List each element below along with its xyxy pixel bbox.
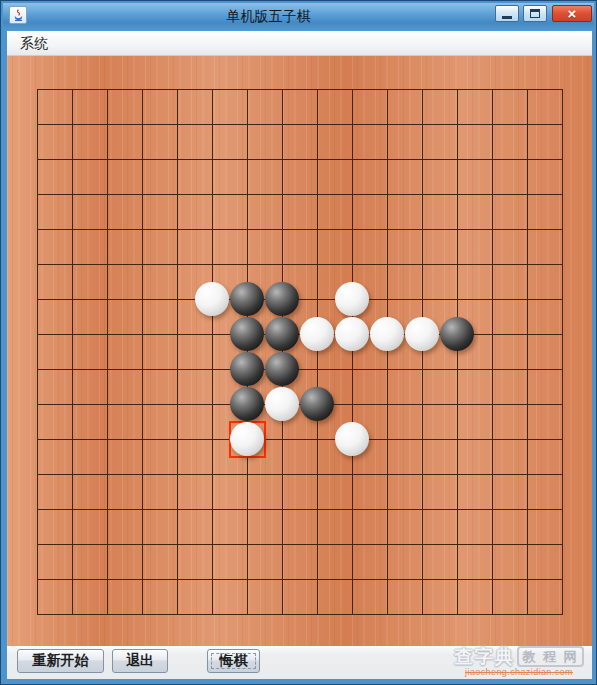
- stone-white: [370, 317, 404, 351]
- watermark: 查字典 教 程 网 jiaocheng.chazidian.com: [451, 646, 587, 677]
- stone-black: [440, 317, 474, 351]
- stone-white: [335, 317, 369, 351]
- close-button[interactable]: ×: [552, 5, 592, 22]
- maximize-button[interactable]: [523, 5, 547, 22]
- stone-white: [265, 387, 299, 421]
- stone-black: [265, 317, 299, 351]
- window-title: 单机版五子棋: [63, 8, 474, 26]
- close-icon: ×: [568, 6, 577, 21]
- stone-black: [230, 352, 264, 386]
- maximize-icon: [530, 9, 540, 18]
- app-window: 单机版五子棋 × 系统 重新开始 退出 悔棋 查字典 教 程 网 jiaoche…: [0, 0, 597, 685]
- stone-white: [195, 282, 229, 316]
- minimize-button[interactable]: [495, 5, 519, 22]
- stone-white: [335, 282, 369, 316]
- undo-button[interactable]: 悔棋: [207, 649, 260, 673]
- stone-white: [230, 422, 264, 456]
- title-bar: 单机版五子棋 ×: [3, 3, 594, 31]
- java-cup-icon: [12, 9, 25, 22]
- restart-button[interactable]: 重新开始: [17, 649, 104, 673]
- menu-bar: 系统: [7, 31, 592, 56]
- stone-black: [265, 282, 299, 316]
- stone-black: [265, 352, 299, 386]
- board-grid: [37, 89, 563, 615]
- watermark-url: jiaocheng.chazidian.com: [451, 668, 587, 677]
- gomoku-board[interactable]: [7, 56, 592, 646]
- stone-black: [300, 387, 334, 421]
- watermark-text: 查字典: [454, 647, 514, 666]
- exit-button[interactable]: 退出: [112, 649, 168, 673]
- menu-item-system[interactable]: 系统: [16, 34, 52, 54]
- watermark-boxed-text: 教 程 网: [517, 646, 583, 667]
- stone-black: [230, 317, 264, 351]
- stone-white: [405, 317, 439, 351]
- button-panel: 重新开始 退出 悔棋 查字典 教 程 网 jiaocheng.chazidian…: [7, 646, 592, 679]
- java-app-icon: [9, 6, 27, 24]
- stone-black: [230, 282, 264, 316]
- stone-black: [230, 387, 264, 421]
- undo-button-label: 悔棋: [220, 652, 248, 668]
- stone-white: [300, 317, 334, 351]
- minimize-icon: [502, 16, 512, 19]
- stone-white: [335, 422, 369, 456]
